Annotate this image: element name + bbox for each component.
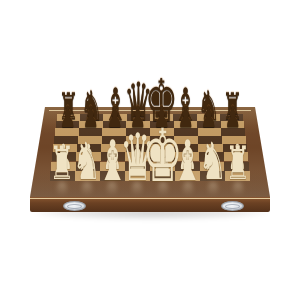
piece-black-pawn-a7[interactable]: ♟ <box>58 102 76 132</box>
piece-black-pawn-b7[interactable]: ♟ <box>82 102 100 132</box>
board-front-edge <box>30 197 270 212</box>
piece-white-rook-h1[interactable]: ♜ <box>224 141 252 187</box>
piece-black-pawn-g7[interactable]: ♟ <box>200 102 218 132</box>
piece-black-pawn-h7[interactable]: ♟ <box>223 102 241 132</box>
left-oval-medallion <box>63 201 86 211</box>
chess-set-product-photo: ♜♞♝♛♚♝♞♜♟♟♟♟♟♟♟♟♟♟♟♟♟♟♟♟♜♞♝♛♚♝♞♜ <box>0 0 300 300</box>
right-oval-medallion <box>221 201 244 211</box>
